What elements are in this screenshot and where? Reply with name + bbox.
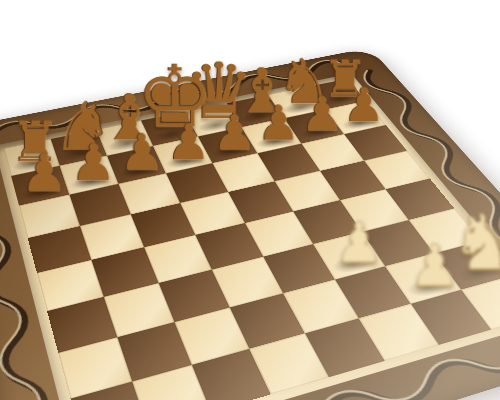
square-e4	[180, 192, 245, 235]
board-grid: ♜♞♝♚♛♝♞♜♟♟♟♟♟♟♟♟♟♟♞	[4, 79, 500, 400]
white-pawn-c2: ♟	[257, 99, 300, 147]
chess-board: ♜♞♝♚♛♝♞♜♟♟♟♟♟♟♟♟♟♟♞	[0, 48, 500, 400]
white-pawn-g2: ♟	[71, 137, 116, 188]
white-pawn-a2: ♟	[343, 81, 385, 128]
white-pawn-h2: ♟	[21, 147, 67, 198]
black-pawn-c6: ♟	[334, 215, 384, 271]
square-h5	[37, 260, 104, 311]
square-g4	[80, 214, 144, 260]
white-pawn-f2: ♟	[119, 127, 164, 177]
white-pawn-d2: ♟	[212, 108, 256, 157]
board-inlay-border: ♜♞♝♚♛♝♞♜♟♟♟♟♟♟♟♟♟♟♞	[0, 74, 500, 400]
black-pawn-b7: ♟	[409, 237, 461, 295]
white-pawn-b2: ♟	[301, 90, 343, 137]
white-pawn-e2: ♟	[167, 117, 211, 166]
product-photo: ♜♞♝♚♛♝♞♜♟♟♟♟♟♟♟♟♟♟♞	[0, 0, 500, 400]
